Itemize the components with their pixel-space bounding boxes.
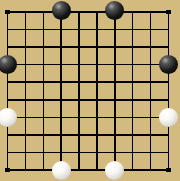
stones-layer xyxy=(0,0,180,181)
white-stone xyxy=(105,161,124,180)
white-stone xyxy=(52,161,71,180)
black-stone xyxy=(105,1,124,20)
black-stone xyxy=(0,55,17,74)
black-stone xyxy=(52,1,71,20)
white-stone xyxy=(159,108,178,127)
black-stone xyxy=(159,55,178,74)
go-board[interactable] xyxy=(0,0,180,181)
white-stone xyxy=(0,108,17,127)
